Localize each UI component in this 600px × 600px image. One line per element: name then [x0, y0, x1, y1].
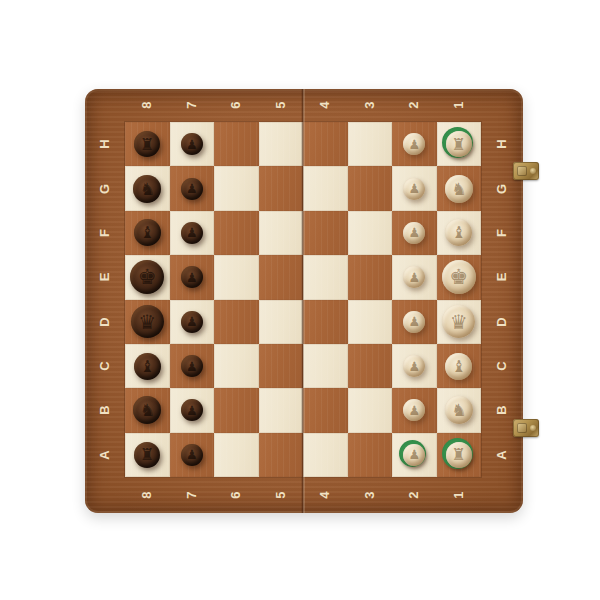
square-g1[interactable]: ♞ — [437, 166, 482, 210]
square-f1[interactable]: ♝ — [437, 211, 482, 255]
white-rook[interactable]: ♜ — [446, 131, 472, 157]
black-pawn[interactable]: ♟ — [181, 311, 203, 333]
file-label-left-F: F — [94, 222, 116, 244]
brass-clasp-bottom-icon — [513, 419, 539, 437]
piece-glyph: ♝ — [134, 353, 161, 380]
piece-glyph: ♟ — [403, 178, 425, 200]
square-c6[interactable] — [214, 344, 259, 388]
square-a4[interactable] — [303, 433, 348, 477]
black-pawn[interactable]: ♟ — [181, 266, 203, 288]
white-pawn[interactable]: ♟ — [403, 399, 425, 421]
square-h5[interactable] — [259, 122, 304, 166]
piece-glyph: ♛ — [131, 305, 164, 338]
piece-glyph: ♟ — [181, 133, 203, 155]
rank-label-bottom-8: 8 — [136, 484, 158, 506]
square-c5[interactable] — [259, 344, 304, 388]
square-d7[interactable]: ♟ — [170, 300, 215, 344]
square-e6[interactable] — [214, 255, 259, 299]
piece-glyph: ♜ — [446, 131, 472, 157]
square-a3[interactable] — [348, 433, 393, 477]
square-b5[interactable] — [259, 388, 304, 432]
square-e1[interactable]: ♚ — [437, 255, 482, 299]
square-a5[interactable] — [259, 433, 304, 477]
file-label-left-E: E — [94, 266, 116, 288]
square-h3[interactable] — [348, 122, 393, 166]
file-label-right-D: D — [491, 311, 513, 333]
piece-glyph: ♟ — [403, 311, 425, 333]
white-pawn[interactable]: ♟ — [403, 444, 425, 466]
piece-glyph: ♞ — [133, 396, 161, 424]
piece-glyph: ♛ — [442, 305, 475, 338]
piece-glyph: ♟ — [181, 399, 203, 421]
square-d2[interactable]: ♟ — [392, 300, 437, 344]
file-label-left-A: A — [94, 444, 116, 466]
rank-label-top-7: 7 — [181, 94, 203, 116]
piece-glyph: ♟ — [181, 266, 203, 288]
piece-glyph: ♟ — [403, 355, 425, 377]
white-king[interactable]: ♚ — [442, 260, 476, 294]
black-knight[interactable]: ♞ — [133, 175, 161, 203]
file-label-right-C: C — [491, 355, 513, 377]
piece-glyph: ♞ — [445, 175, 473, 203]
square-b2[interactable]: ♟ — [392, 388, 437, 432]
chess-board: ♜♟♟♜♞♟♟♞♝♟♟♝♚♟♟♚♛♟♟♛♝♟♟♝♞♟♟♞♜♟♟♜ HGFEDCB… — [85, 89, 523, 513]
file-label-right-B: B — [491, 399, 513, 421]
square-g7[interactable]: ♟ — [170, 166, 215, 210]
black-queen[interactable]: ♛ — [131, 305, 164, 338]
black-pawn[interactable]: ♟ — [181, 133, 203, 155]
black-pawn[interactable]: ♟ — [181, 355, 203, 377]
square-a1[interactable]: ♜ — [437, 433, 482, 477]
piece-glyph: ♞ — [133, 175, 161, 203]
square-f5[interactable] — [259, 211, 304, 255]
rank-label-bottom-3: 3 — [359, 484, 381, 506]
piece-glyph: ♚ — [442, 260, 476, 294]
white-queen[interactable]: ♛ — [442, 305, 475, 338]
rank-label-top-6: 6 — [225, 94, 247, 116]
piece-glyph: ♟ — [181, 222, 203, 244]
black-rook[interactable]: ♜ — [134, 442, 160, 468]
black-pawn[interactable]: ♟ — [181, 444, 203, 466]
square-d3[interactable] — [348, 300, 393, 344]
piece-glyph: ♟ — [403, 222, 425, 244]
black-bishop[interactable]: ♝ — [134, 219, 161, 246]
piece-glyph: ♟ — [403, 133, 425, 155]
square-d8[interactable]: ♛ — [125, 300, 170, 344]
rank-label-top-1: 1 — [448, 94, 470, 116]
square-e3[interactable] — [348, 255, 393, 299]
piece-glyph: ♞ — [445, 396, 473, 424]
piece-glyph: ♟ — [403, 266, 425, 288]
square-c2[interactable]: ♟ — [392, 344, 437, 388]
square-g6[interactable] — [214, 166, 259, 210]
playing-field: ♜♟♟♜♞♟♟♞♝♟♟♝♚♟♟♚♛♟♟♛♝♟♟♝♞♟♟♞♜♟♟♜ — [125, 122, 481, 477]
square-e5[interactable] — [259, 255, 304, 299]
file-label-left-B: B — [94, 399, 116, 421]
file-label-right-E: E — [491, 266, 513, 288]
file-label-right-G: G — [491, 178, 513, 200]
piece-glyph: ♝ — [445, 219, 472, 246]
square-d1[interactable]: ♛ — [437, 300, 482, 344]
black-pawn[interactable]: ♟ — [181, 399, 203, 421]
rank-label-bottom-7: 7 — [181, 484, 203, 506]
piece-glyph: ♟ — [181, 355, 203, 377]
piece-glyph: ♝ — [445, 353, 472, 380]
square-f2[interactable]: ♟ — [392, 211, 437, 255]
file-label-right-F: F — [491, 222, 513, 244]
square-b6[interactable] — [214, 388, 259, 432]
rank-label-top-8: 8 — [136, 94, 158, 116]
white-pawn[interactable]: ♟ — [403, 133, 425, 155]
piece-glyph: ♜ — [134, 442, 160, 468]
black-bishop[interactable]: ♝ — [134, 353, 161, 380]
file-label-right-H: H — [491, 133, 513, 155]
black-knight[interactable]: ♞ — [133, 396, 161, 424]
rank-label-bottom-1: 1 — [448, 484, 470, 506]
white-knight[interactable]: ♞ — [445, 175, 473, 203]
piece-glyph: ♟ — [181, 444, 203, 466]
square-b7[interactable]: ♟ — [170, 388, 215, 432]
square-f8[interactable]: ♝ — [125, 211, 170, 255]
piece-glyph: ♟ — [403, 444, 425, 466]
square-g2[interactable]: ♟ — [392, 166, 437, 210]
white-pawn[interactable]: ♟ — [403, 222, 425, 244]
square-e2[interactable]: ♟ — [392, 255, 437, 299]
square-b1[interactable]: ♞ — [437, 388, 482, 432]
black-pawn[interactable]: ♟ — [181, 222, 203, 244]
square-e4[interactable] — [303, 255, 348, 299]
file-label-left-G: G — [94, 178, 116, 200]
square-a6[interactable] — [214, 433, 259, 477]
black-king[interactable]: ♚ — [130, 260, 164, 294]
square-f7[interactable]: ♟ — [170, 211, 215, 255]
square-c1[interactable]: ♝ — [437, 344, 482, 388]
piece-glyph: ♜ — [134, 131, 160, 157]
square-e7[interactable]: ♟ — [170, 255, 215, 299]
piece-glyph: ♜ — [446, 442, 472, 468]
square-h2[interactable]: ♟ — [392, 122, 437, 166]
square-c8[interactable]: ♝ — [125, 344, 170, 388]
square-f6[interactable] — [214, 211, 259, 255]
file-label-left-D: D — [94, 311, 116, 333]
photo-background: ♜♟♟♜♞♟♟♞♝♟♟♝♚♟♟♚♛♟♟♛♝♟♟♝♞♟♟♞♜♟♟♜ HGFEDCB… — [0, 0, 600, 600]
square-f4[interactable] — [303, 211, 348, 255]
square-f3[interactable] — [348, 211, 393, 255]
square-c4[interactable] — [303, 344, 348, 388]
square-h8[interactable]: ♜ — [125, 122, 170, 166]
black-pawn[interactable]: ♟ — [181, 178, 203, 200]
file-label-right-A: A — [491, 444, 513, 466]
rank-label-top-5: 5 — [270, 94, 292, 116]
square-a7[interactable]: ♟ — [170, 433, 215, 477]
white-knight[interactable]: ♞ — [445, 396, 473, 424]
white-pawn[interactable]: ♟ — [403, 355, 425, 377]
square-d6[interactable] — [214, 300, 259, 344]
rank-label-bottom-6: 6 — [225, 484, 247, 506]
square-h1[interactable]: ♜ — [437, 122, 482, 166]
square-g4[interactable] — [303, 166, 348, 210]
square-c3[interactable] — [348, 344, 393, 388]
rank-label-bottom-2: 2 — [403, 484, 425, 506]
piece-glyph: ♟ — [181, 311, 203, 333]
rank-label-top-4: 4 — [314, 94, 336, 116]
square-d5[interactable] — [259, 300, 304, 344]
piece-glyph: ♚ — [130, 260, 164, 294]
piece-glyph: ♝ — [134, 219, 161, 246]
square-h4[interactable] — [303, 122, 348, 166]
square-g5[interactable] — [259, 166, 304, 210]
rank-label-top-2: 2 — [403, 94, 425, 116]
square-d4[interactable] — [303, 300, 348, 344]
piece-glyph: ♟ — [181, 178, 203, 200]
white-pawn[interactable]: ♟ — [403, 266, 425, 288]
square-h6[interactable] — [214, 122, 259, 166]
square-g3[interactable] — [348, 166, 393, 210]
rank-label-bottom-4: 4 — [314, 484, 336, 506]
square-h7[interactable]: ♟ — [170, 122, 215, 166]
rank-label-bottom-5: 5 — [270, 484, 292, 506]
rank-label-top-3: 3 — [359, 94, 381, 116]
white-rook[interactable]: ♜ — [446, 442, 472, 468]
file-label-left-H: H — [94, 133, 116, 155]
square-a8[interactable]: ♜ — [125, 433, 170, 477]
white-pawn[interactable]: ♟ — [403, 311, 425, 333]
square-b4[interactable] — [303, 388, 348, 432]
square-e8[interactable]: ♚ — [125, 255, 170, 299]
white-bishop[interactable]: ♝ — [445, 219, 472, 246]
square-b8[interactable]: ♞ — [125, 388, 170, 432]
square-a2[interactable]: ♟ — [392, 433, 437, 477]
square-g8[interactable]: ♞ — [125, 166, 170, 210]
file-label-left-C: C — [94, 355, 116, 377]
black-rook[interactable]: ♜ — [134, 131, 160, 157]
white-pawn[interactable]: ♟ — [403, 178, 425, 200]
square-c7[interactable]: ♟ — [170, 344, 215, 388]
white-bishop[interactable]: ♝ — [445, 353, 472, 380]
piece-glyph: ♟ — [403, 399, 425, 421]
brass-clasp-top-icon — [513, 162, 539, 180]
square-b3[interactable] — [348, 388, 393, 432]
